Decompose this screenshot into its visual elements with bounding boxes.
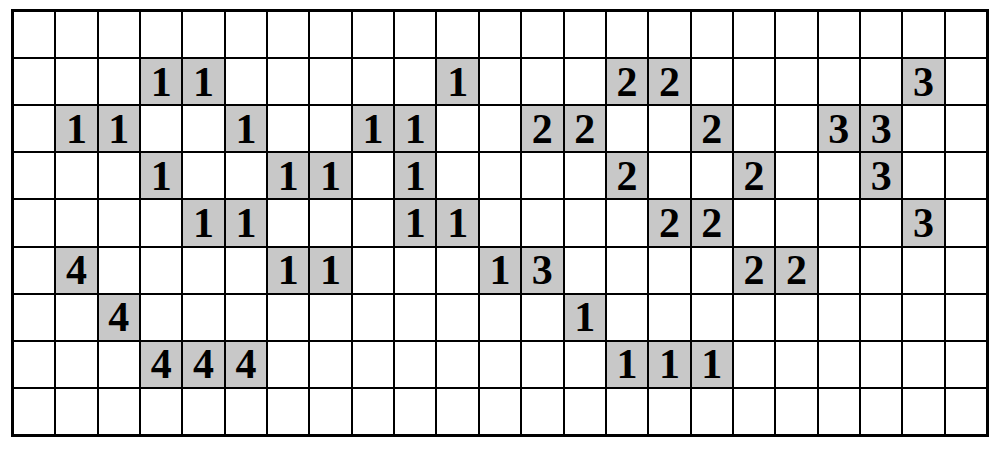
cell-r9c2[interactable] <box>55 388 97 435</box>
cell-r4c21[interactable]: 3 <box>860 152 902 199</box>
cell-r8c1[interactable] <box>13 341 55 388</box>
cell-r6c11[interactable] <box>436 247 478 294</box>
cell-r9c8[interactable] <box>309 388 351 435</box>
cell-r5c4[interactable] <box>140 199 182 246</box>
cell-r9c16[interactable] <box>648 388 690 435</box>
cell-r2c18[interactable] <box>733 58 775 105</box>
cell-r5c19[interactable] <box>775 199 817 246</box>
cell-r7c1[interactable] <box>13 294 55 341</box>
cell-r2c16[interactable]: 2 <box>648 58 690 105</box>
cell-r1c15[interactable] <box>606 11 648 58</box>
cell-r4c2[interactable] <box>55 152 97 199</box>
cell-r6c5[interactable] <box>182 247 224 294</box>
cell-r4c11[interactable] <box>436 152 478 199</box>
cell-r1c23[interactable] <box>945 11 987 58</box>
cell-r7c8[interactable] <box>309 294 351 341</box>
cell-r2c2[interactable] <box>55 58 97 105</box>
cell-r3c8[interactable] <box>309 105 351 152</box>
cell-r8c13[interactable] <box>521 341 563 388</box>
cell-r3c2[interactable]: 1 <box>55 105 97 152</box>
cell-r2c9[interactable] <box>352 58 394 105</box>
cell-r2c15[interactable]: 2 <box>606 58 648 105</box>
cell-r5c6[interactable]: 1 <box>225 199 267 246</box>
cell-r2c11[interactable]: 1 <box>436 58 478 105</box>
cell-r9c14[interactable] <box>564 388 606 435</box>
cell-r4c23[interactable] <box>945 152 987 199</box>
cell-r1c13[interactable] <box>521 11 563 58</box>
cell-r5c10[interactable]: 1 <box>394 199 436 246</box>
cell-r5c18[interactable] <box>733 199 775 246</box>
cell-r5c12[interactable] <box>479 199 521 246</box>
cell-r9c7[interactable] <box>267 388 309 435</box>
cell-r6c22[interactable] <box>902 247 944 294</box>
cell-r6c21[interactable] <box>860 247 902 294</box>
cell-r8c20[interactable] <box>818 341 860 388</box>
cell-r2c22[interactable]: 3 <box>902 58 944 105</box>
cell-r3c20[interactable]: 3 <box>818 105 860 152</box>
cell-r1c1[interactable] <box>13 11 55 58</box>
cell-r2c4[interactable]: 1 <box>140 58 182 105</box>
cell-r8c16[interactable]: 1 <box>648 341 690 388</box>
cell-r1c4[interactable] <box>140 11 182 58</box>
cell-r6c23[interactable] <box>945 247 987 294</box>
cell-r7c12[interactable] <box>479 294 521 341</box>
cell-r4c19[interactable] <box>775 152 817 199</box>
cell-r8c23[interactable] <box>945 341 987 388</box>
cell-r4c9[interactable] <box>352 152 394 199</box>
cell-r2c20[interactable] <box>818 58 860 105</box>
cell-r8c15[interactable]: 1 <box>606 341 648 388</box>
cell-r5c20[interactable] <box>818 199 860 246</box>
cell-r4c22[interactable] <box>902 152 944 199</box>
cell-r3c23[interactable] <box>945 105 987 152</box>
cell-r8c5[interactable]: 4 <box>182 341 224 388</box>
cell-r4c5[interactable] <box>182 152 224 199</box>
cell-r3c7[interactable] <box>267 105 309 152</box>
cell-r5c7[interactable] <box>267 199 309 246</box>
cell-r1c17[interactable] <box>691 11 733 58</box>
cell-r1c5[interactable] <box>182 11 224 58</box>
cell-r3c14[interactable]: 2 <box>564 105 606 152</box>
cell-r6c2[interactable]: 4 <box>55 247 97 294</box>
cell-r1c9[interactable] <box>352 11 394 58</box>
cell-r9c5[interactable] <box>182 388 224 435</box>
cell-r3c19[interactable] <box>775 105 817 152</box>
cell-r7c13[interactable] <box>521 294 563 341</box>
cell-r1c12[interactable] <box>479 11 521 58</box>
cell-r6c16[interactable] <box>648 247 690 294</box>
cell-r5c1[interactable] <box>13 199 55 246</box>
cell-r5c22[interactable]: 3 <box>902 199 944 246</box>
cell-r6c8[interactable]: 1 <box>309 247 351 294</box>
cell-r8c7[interactable] <box>267 341 309 388</box>
cell-r6c4[interactable] <box>140 247 182 294</box>
cell-r8c11[interactable] <box>436 341 478 388</box>
cell-r8c12[interactable] <box>479 341 521 388</box>
cell-r1c11[interactable] <box>436 11 478 58</box>
cell-r9c17[interactable] <box>691 388 733 435</box>
cell-r7c4[interactable] <box>140 294 182 341</box>
cell-r9c10[interactable] <box>394 388 436 435</box>
cell-r3c13[interactable]: 2 <box>521 105 563 152</box>
cell-r6c19[interactable]: 2 <box>775 247 817 294</box>
cell-r7c18[interactable] <box>733 294 775 341</box>
cell-r1c20[interactable] <box>818 11 860 58</box>
cell-r3c16[interactable] <box>648 105 690 152</box>
cell-r3c15[interactable] <box>606 105 648 152</box>
cell-r3c22[interactable] <box>902 105 944 152</box>
cell-r9c4[interactable] <box>140 388 182 435</box>
cell-r7c20[interactable] <box>818 294 860 341</box>
cell-r7c3[interactable]: 4 <box>98 294 140 341</box>
cell-r2c19[interactable] <box>775 58 817 105</box>
cell-r2c6[interactable] <box>225 58 267 105</box>
cell-r4c20[interactable] <box>818 152 860 199</box>
cell-r2c1[interactable] <box>13 58 55 105</box>
cell-r7c23[interactable] <box>945 294 987 341</box>
cell-r6c12[interactable]: 1 <box>479 247 521 294</box>
cell-r7c19[interactable] <box>775 294 817 341</box>
cell-r6c14[interactable] <box>564 247 606 294</box>
cell-r8c19[interactable] <box>775 341 817 388</box>
cell-r8c6[interactable]: 4 <box>225 341 267 388</box>
cell-r9c22[interactable] <box>902 388 944 435</box>
cell-r3c17[interactable]: 2 <box>691 105 733 152</box>
cell-r1c7[interactable] <box>267 11 309 58</box>
cell-r2c12[interactable] <box>479 58 521 105</box>
cell-r9c6[interactable] <box>225 388 267 435</box>
cell-r9c20[interactable] <box>818 388 860 435</box>
cell-r3c10[interactable]: 1 <box>394 105 436 152</box>
cell-r5c15[interactable] <box>606 199 648 246</box>
cell-r5c14[interactable] <box>564 199 606 246</box>
cell-r4c13[interactable] <box>521 152 563 199</box>
cell-r1c2[interactable] <box>55 11 97 58</box>
cell-r1c3[interactable] <box>98 11 140 58</box>
cell-r5c13[interactable] <box>521 199 563 246</box>
cell-r2c23[interactable] <box>945 58 987 105</box>
puzzle-board: 1112231111122233111122311112234111322414… <box>11 9 989 437</box>
cell-r3c3[interactable]: 1 <box>98 105 140 152</box>
cell-r4c14[interactable] <box>564 152 606 199</box>
cell-r8c10[interactable] <box>394 341 436 388</box>
cell-r7c22[interactable] <box>902 294 944 341</box>
cell-r5c3[interactable] <box>98 199 140 246</box>
cell-r1c8[interactable] <box>309 11 351 58</box>
cell-r3c21[interactable]: 3 <box>860 105 902 152</box>
cell-r7c21[interactable] <box>860 294 902 341</box>
cell-r8c18[interactable] <box>733 341 775 388</box>
cell-r9c15[interactable] <box>606 388 648 435</box>
cell-r1c10[interactable] <box>394 11 436 58</box>
cell-r2c17[interactable] <box>691 58 733 105</box>
cell-r9c11[interactable] <box>436 388 478 435</box>
cell-r6c7[interactable]: 1 <box>267 247 309 294</box>
cell-r7c6[interactable] <box>225 294 267 341</box>
cell-r8c2[interactable] <box>55 341 97 388</box>
cell-r4c15[interactable]: 2 <box>606 152 648 199</box>
cell-r4c8[interactable]: 1 <box>309 152 351 199</box>
cell-r8c14[interactable] <box>564 341 606 388</box>
cell-r2c5[interactable]: 1 <box>182 58 224 105</box>
cell-r8c9[interactable] <box>352 341 394 388</box>
cell-r5c9[interactable] <box>352 199 394 246</box>
cell-r6c20[interactable] <box>818 247 860 294</box>
cell-r7c10[interactable] <box>394 294 436 341</box>
cell-r3c4[interactable] <box>140 105 182 152</box>
cell-r9c18[interactable] <box>733 388 775 435</box>
cell-r3c11[interactable] <box>436 105 478 152</box>
cell-r4c12[interactable] <box>479 152 521 199</box>
cell-r8c3[interactable] <box>98 341 140 388</box>
cell-r6c10[interactable] <box>394 247 436 294</box>
cell-r2c14[interactable] <box>564 58 606 105</box>
cell-r6c3[interactable] <box>98 247 140 294</box>
cell-r5c17[interactable]: 2 <box>691 199 733 246</box>
cell-r6c6[interactable] <box>225 247 267 294</box>
cell-r2c13[interactable] <box>521 58 563 105</box>
cell-r5c11[interactable]: 1 <box>436 199 478 246</box>
cell-r2c21[interactable] <box>860 58 902 105</box>
cell-r9c13[interactable] <box>521 388 563 435</box>
cell-r9c12[interactable] <box>479 388 521 435</box>
cell-r2c8[interactable] <box>309 58 351 105</box>
cell-r8c22[interactable] <box>902 341 944 388</box>
cell-r7c5[interactable] <box>182 294 224 341</box>
cell-r4c10[interactable]: 1 <box>394 152 436 199</box>
cell-r4c4[interactable]: 1 <box>140 152 182 199</box>
cell-r6c18[interactable]: 2 <box>733 247 775 294</box>
cell-r8c17[interactable]: 1 <box>691 341 733 388</box>
cell-r6c15[interactable] <box>606 247 648 294</box>
cell-r9c3[interactable] <box>98 388 140 435</box>
cell-r9c9[interactable] <box>352 388 394 435</box>
cell-r6c17[interactable] <box>691 247 733 294</box>
cell-r5c2[interactable] <box>55 199 97 246</box>
cell-r7c14[interactable]: 1 <box>564 294 606 341</box>
cell-r7c7[interactable] <box>267 294 309 341</box>
cell-r8c8[interactable] <box>309 341 351 388</box>
cell-r8c4[interactable]: 4 <box>140 341 182 388</box>
cell-r2c7[interactable] <box>267 58 309 105</box>
cell-r4c18[interactable]: 2 <box>733 152 775 199</box>
cell-r7c11[interactable] <box>436 294 478 341</box>
cell-r6c1[interactable] <box>13 247 55 294</box>
cell-r4c6[interactable] <box>225 152 267 199</box>
cell-r3c1[interactable] <box>13 105 55 152</box>
cell-r9c23[interactable] <box>945 388 987 435</box>
cell-r7c15[interactable] <box>606 294 648 341</box>
cell-r6c13[interactable]: 3 <box>521 247 563 294</box>
cell-r7c2[interactable] <box>55 294 97 341</box>
cell-r9c19[interactable] <box>775 388 817 435</box>
cell-r1c22[interactable] <box>902 11 944 58</box>
cell-r1c16[interactable] <box>648 11 690 58</box>
cell-r2c3[interactable] <box>98 58 140 105</box>
cell-r5c8[interactable] <box>309 199 351 246</box>
cell-r1c19[interactable] <box>775 11 817 58</box>
cell-r6c9[interactable] <box>352 247 394 294</box>
cell-r4c3[interactable] <box>98 152 140 199</box>
cell-r5c16[interactable]: 2 <box>648 199 690 246</box>
cell-r3c12[interactable] <box>479 105 521 152</box>
cell-r1c21[interactable] <box>860 11 902 58</box>
cell-r4c7[interactable]: 1 <box>267 152 309 199</box>
cell-r1c14[interactable] <box>564 11 606 58</box>
cell-r5c5[interactable]: 1 <box>182 199 224 246</box>
cell-r4c1[interactable] <box>13 152 55 199</box>
cell-r9c1[interactable] <box>13 388 55 435</box>
cell-r9c21[interactable] <box>860 388 902 435</box>
cell-r8c21[interactable] <box>860 341 902 388</box>
cell-r4c16[interactable] <box>648 152 690 199</box>
cell-r7c9[interactable] <box>352 294 394 341</box>
cell-r5c23[interactable] <box>945 199 987 246</box>
cell-r3c9[interactable]: 1 <box>352 105 394 152</box>
cell-r3c18[interactable] <box>733 105 775 152</box>
cell-r5c21[interactable] <box>860 199 902 246</box>
cell-r4c17[interactable] <box>691 152 733 199</box>
cell-r7c16[interactable] <box>648 294 690 341</box>
cell-r1c6[interactable] <box>225 11 267 58</box>
cell-r3c6[interactable]: 1 <box>225 105 267 152</box>
cell-r7c17[interactable] <box>691 294 733 341</box>
cell-r2c10[interactable] <box>394 58 436 105</box>
cell-r3c5[interactable] <box>182 105 224 152</box>
cell-r1c18[interactable] <box>733 11 775 58</box>
